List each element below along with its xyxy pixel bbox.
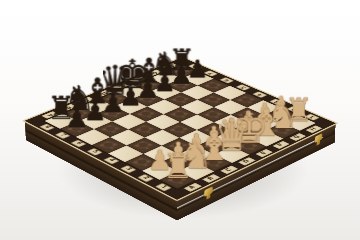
piece-white-rook-a1[interactable]: ♜: [165, 122, 191, 180]
brass-latch-left: [204, 186, 212, 197]
product-photo-scene: ABCDEFGH ABCDEFGH 87654321 87654321 ♜♞♝♛…: [0, 0, 360, 240]
piece-black-pawn-a7[interactable]: ♟: [65, 74, 89, 128]
white-rook-icon: ♜: [162, 149, 193, 183]
file-label-h: H: [305, 125, 322, 133]
brass-latch-right: [315, 133, 323, 143]
file-label-g: G: [288, 133, 305, 141]
black-pawn-icon: ♟: [65, 106, 89, 132]
